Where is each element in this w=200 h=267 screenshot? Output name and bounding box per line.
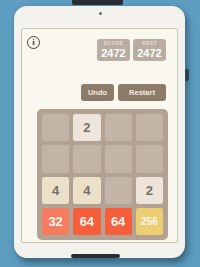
best-label: BEST (142, 41, 157, 46)
board-cell-empty (136, 145, 163, 172)
best-badge: BEST 2472 (133, 39, 166, 61)
charging-port (71, 254, 120, 258)
toolbar: Undo Restart (81, 84, 166, 101)
tile-256: 256 (136, 208, 163, 235)
info-button[interactable]: i (27, 36, 40, 49)
board-cell-empty (136, 114, 163, 141)
tile-4: 4 (73, 177, 100, 204)
board-cell-empty (42, 114, 69, 141)
page-background: i SCORE 2472 BEST 2472 Undo Restart 2442… (0, 0, 200, 267)
score-panel: SCORE 2472 BEST 2472 (97, 39, 166, 61)
info-icon: i (32, 38, 35, 47)
best-value: 2472 (137, 48, 161, 59)
tile-32: 32 (42, 208, 69, 235)
undo-button[interactable]: Undo (81, 84, 114, 101)
score-label: SCORE (104, 41, 124, 46)
score-badge: SCORE 2472 (97, 39, 130, 61)
device-top-bar (72, 0, 123, 5)
board-2048[interactable]: 2442326464256 (37, 109, 168, 240)
tile-64: 64 (105, 208, 132, 235)
board-cell-empty (42, 145, 69, 172)
tile-2: 2 (73, 114, 100, 141)
front-camera-icon (99, 12, 102, 15)
tile-2: 2 (136, 177, 163, 204)
tile-4: 4 (42, 177, 69, 204)
restart-button[interactable]: Restart (118, 84, 166, 101)
tile-64: 64 (73, 208, 100, 235)
app-screen: i SCORE 2472 BEST 2472 Undo Restart 2442… (21, 28, 178, 243)
board-cell-empty (105, 177, 132, 204)
tablet-body: i SCORE 2472 BEST 2472 Undo Restart 2442… (14, 6, 185, 258)
board-cell-empty (105, 145, 132, 172)
board-cell-empty (105, 114, 132, 141)
score-value: 2472 (101, 48, 125, 59)
board-cell-empty (73, 145, 100, 172)
